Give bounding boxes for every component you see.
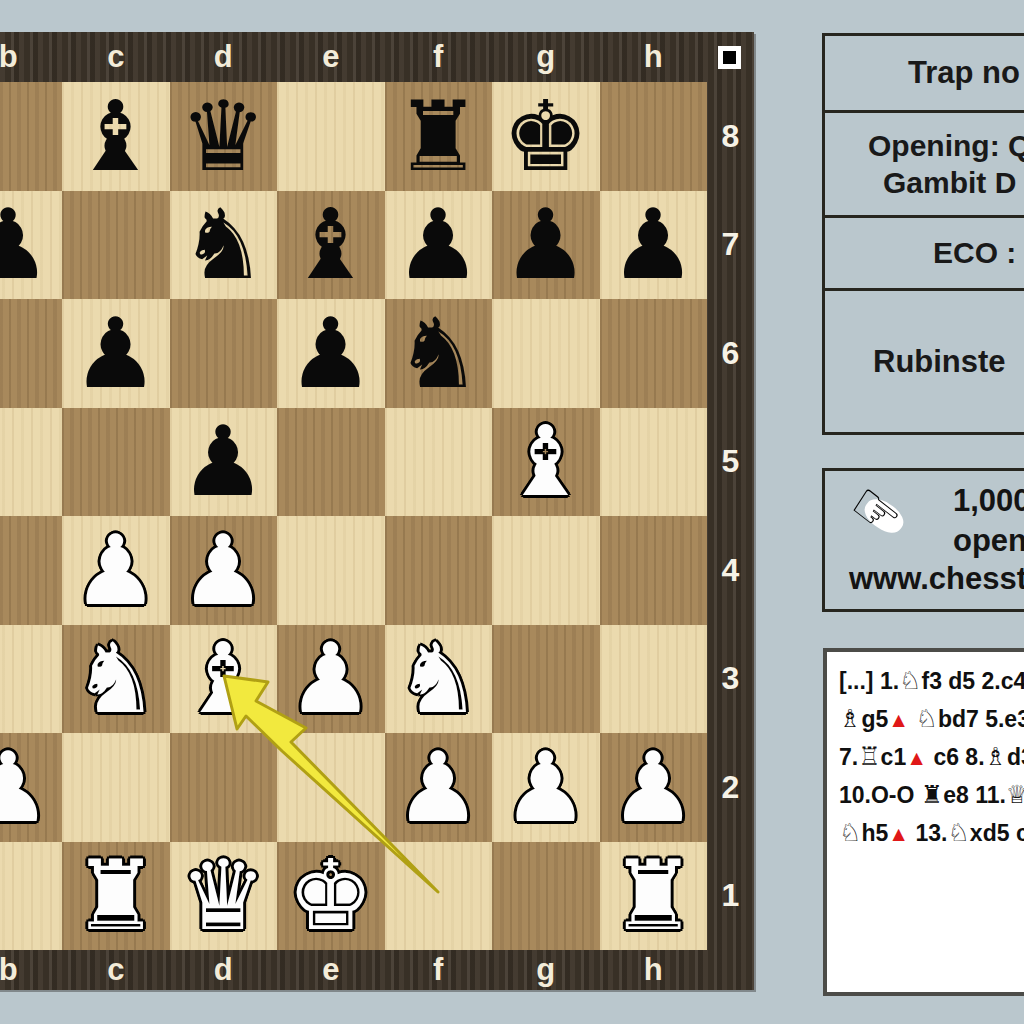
square-f6[interactable]: ♞ [385, 299, 493, 408]
figurine-glyph: ♘ [947, 818, 969, 847]
figurine-glyph: ♕ [1006, 780, 1024, 809]
piece-wK-e1: ♚ [287, 847, 374, 944]
square-f2[interactable]: ♟ [385, 733, 493, 842]
square-e4[interactable] [277, 516, 385, 625]
square-f4[interactable] [385, 516, 493, 625]
square-f5[interactable] [385, 408, 493, 517]
square-d6[interactable] [170, 299, 278, 408]
file-label-f: f [385, 950, 493, 990]
square-d3[interactable]: ♝ [170, 625, 278, 734]
square-c3[interactable]: ♞ [62, 625, 170, 734]
piece-bK-g8: ♚ [502, 88, 589, 185]
square-d5[interactable]: ♟ [170, 408, 278, 517]
move-marker-triangle: ▲ [906, 746, 927, 769]
file-label-e: e [277, 32, 385, 82]
file-label-h: h [600, 950, 708, 990]
move-line-5: ♘h5▲ 13.♘xd5 cx [839, 814, 1024, 852]
player-row: Rubinste [825, 288, 1024, 432]
piece-bP-d5: ♟ [180, 413, 267, 510]
square-h3[interactable] [600, 625, 708, 734]
square-d4[interactable]: ♟ [170, 516, 278, 625]
square-d7[interactable]: ♞ [170, 191, 278, 300]
piece-wQ-d1: ♛ [180, 847, 267, 944]
figurine-glyph: ♖ [858, 742, 880, 771]
square-f8[interactable]: ♜ [385, 82, 493, 191]
piece-wN-f3: ♞ [395, 630, 482, 727]
rank-label-1: 1 [707, 842, 754, 951]
square-c7[interactable] [62, 191, 170, 300]
square-e5[interactable] [277, 408, 385, 517]
piece-bN-d7: ♞ [180, 196, 267, 293]
figurine-glyph: ♘ [839, 818, 861, 847]
piece-bP-h7: ♟ [610, 196, 697, 293]
file-label-c: c [62, 32, 170, 82]
piece-wP-g2: ♟ [502, 739, 589, 836]
eco-text: ECO : [933, 236, 1024, 270]
square-h4[interactable] [600, 516, 708, 625]
promo-url-text[interactable]: www.chesst [825, 561, 1024, 597]
piece-bP-e6: ♟ [287, 305, 374, 402]
opening-row: Opening: Q Gambit D [825, 110, 1024, 215]
rank-label-3: 3 [707, 625, 754, 734]
move-marker-triangle: ▲ [888, 822, 909, 845]
rank-label-8: 8 [707, 82, 754, 191]
figurine-glyph: ♗ [985, 742, 1007, 771]
piece-wB-g5: ♝ [502, 413, 589, 510]
piece-wP-h2: ♟ [610, 739, 697, 836]
info-panel: Trap no Opening: Q Gambit D ECO : Rubins… [822, 33, 1024, 435]
piece-bP-c6: ♟ [72, 305, 159, 402]
file-labels-bottom: abcdefgh [0, 950, 707, 990]
file-label-d: d [170, 32, 278, 82]
player-text: Rubinste [873, 344, 1024, 380]
piece-wR-h1: ♜ [610, 847, 697, 944]
rank-label-5: 5 [707, 408, 754, 517]
eco-row: ECO : [825, 215, 1024, 288]
chess-board: abcdefgh ♜♝♛♜♚♟♟♞♝♟♟♟♟♟♞♟♝♟♟♞♝♟♞♟♟♟♟♟♜♛♚… [0, 32, 754, 990]
rank-label-2: 2 [707, 733, 754, 842]
square-c5[interactable] [62, 408, 170, 517]
square-g6[interactable] [492, 299, 600, 408]
move-marker-triangle: ▲ [888, 708, 909, 731]
square-c8[interactable]: ♝ [62, 82, 170, 191]
figurine-glyph: ♘ [915, 704, 937, 733]
square-h5[interactable] [600, 408, 708, 517]
square-g7[interactable]: ♟ [492, 191, 600, 300]
square-b6[interactable] [0, 299, 62, 408]
corner-marker-icon [718, 46, 741, 69]
piece-wP-f2: ♟ [395, 739, 482, 836]
piece-bP-b7: ♟ [0, 196, 52, 293]
rank-label-4: 4 [707, 516, 754, 625]
square-b7[interactable]: ♟ [0, 191, 62, 300]
move-line-4: 10.O-O ♜e8 11.♕b [839, 776, 1024, 814]
square-b4[interactable] [0, 516, 62, 625]
promo-panel: ☞ 1,000+ openi www.chesst [822, 468, 1024, 612]
move-line-2: ♗g5▲ ♘bd7 5.e3 [839, 700, 1024, 738]
file-label-f: f [385, 32, 493, 82]
square-h7[interactable]: ♟ [600, 191, 708, 300]
square-f7[interactable]: ♟ [385, 191, 493, 300]
square-f1[interactable] [385, 842, 493, 951]
page: { "game": "chess", "position": { "fen": … [0, 0, 1024, 1024]
file-label-g: g [492, 32, 600, 82]
piece-bP-g7: ♟ [502, 196, 589, 293]
square-e2[interactable] [277, 733, 385, 842]
trap-title: Trap no [825, 36, 1024, 110]
piece-bB-e7: ♝ [287, 196, 374, 293]
square-d2[interactable] [170, 733, 278, 842]
square-d1[interactable]: ♛ [170, 842, 278, 951]
square-b8[interactable] [0, 82, 62, 191]
square-b3[interactable] [0, 625, 62, 734]
piece-wP-e3: ♟ [287, 630, 374, 727]
piece-wP-c4: ♟ [72, 522, 159, 619]
square-c6[interactable]: ♟ [62, 299, 170, 408]
file-labels-top: abcdefgh [0, 32, 707, 82]
file-label-b: b [0, 32, 62, 82]
move-line-1: [...] 1.♘f3 d5 2.c4 [839, 662, 1024, 700]
square-h6[interactable] [600, 299, 708, 408]
opening-text-line2: Gambit D [825, 164, 1024, 201]
move-list-panel: [...] 1.♘f3 d5 2.c4♗g5▲ ♘bd7 5.e37.♖c1▲ … [823, 648, 1024, 996]
square-b5[interactable] [0, 408, 62, 517]
figurine-glyph: ♗ [839, 704, 861, 733]
square-e8[interactable] [277, 82, 385, 191]
square-b2[interactable]: ♟ [0, 733, 62, 842]
square-e3[interactable]: ♟ [277, 625, 385, 734]
square-h1[interactable]: ♜ [600, 842, 708, 951]
square-g4[interactable] [492, 516, 600, 625]
square-g3[interactable] [492, 625, 600, 734]
figurine-glyph: ♘ [899, 666, 921, 695]
piece-wP-d4: ♟ [180, 522, 267, 619]
figurine-glyph: ♜ [921, 780, 943, 809]
promo-count-text: 1,000+ [953, 481, 1024, 521]
piece-bR-f8: ♜ [395, 88, 482, 185]
square-c4[interactable]: ♟ [62, 516, 170, 625]
rank-labels: 87654321 [707, 82, 754, 950]
square-e1[interactable]: ♚ [277, 842, 385, 951]
square-h2[interactable]: ♟ [600, 733, 708, 842]
file-label-e: e [277, 950, 385, 990]
piece-wB-d3: ♝ [180, 630, 267, 727]
square-f3[interactable]: ♞ [385, 625, 493, 734]
pointing-hand-icon: ☞ [851, 491, 921, 547]
square-g8[interactable]: ♚ [492, 82, 600, 191]
move-line-3: 7.♖c1▲ c6 8.♗d3 [839, 738, 1024, 776]
square-d8[interactable]: ♛ [170, 82, 278, 191]
piece-wR-c1: ♜ [72, 847, 159, 944]
square-c2[interactable] [62, 733, 170, 842]
piece-bN-f6: ♞ [395, 305, 482, 402]
file-label-d: d [170, 950, 278, 990]
square-g5[interactable]: ♝ [492, 408, 600, 517]
board-squares: ♜♝♛♜♚♟♟♞♝♟♟♟♟♟♞♟♝♟♟♞♝♟♞♟♟♟♟♟♜♛♚♜ [0, 82, 707, 950]
promo-openings-text: openi [953, 521, 1024, 561]
rank-label-7: 7 [707, 191, 754, 300]
square-c1[interactable]: ♜ [62, 842, 170, 951]
piece-bQ-d8: ♛ [180, 88, 267, 185]
square-b1[interactable] [0, 842, 62, 951]
piece-bB-c8: ♝ [72, 88, 159, 185]
square-e6[interactable]: ♟ [277, 299, 385, 408]
trap-title-text: Trap no [908, 55, 1024, 91]
piece-bP-f7: ♟ [395, 196, 482, 293]
file-label-b: b [0, 950, 62, 990]
piece-wN-c3: ♞ [72, 630, 159, 727]
file-label-c: c [62, 950, 170, 990]
square-g1[interactable] [492, 842, 600, 951]
file-label-g: g [492, 950, 600, 990]
file-label-h: h [600, 32, 708, 82]
piece-wP-b2: ♟ [0, 739, 52, 836]
square-h8[interactable] [600, 82, 708, 191]
square-g2[interactable]: ♟ [492, 733, 600, 842]
rank-label-6: 6 [707, 299, 754, 408]
square-e7[interactable]: ♝ [277, 191, 385, 300]
opening-text-line1: Opening: Q [825, 127, 1024, 164]
